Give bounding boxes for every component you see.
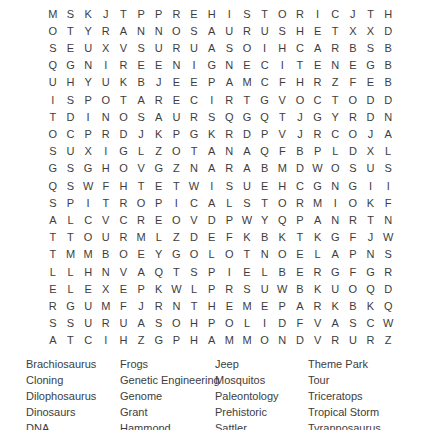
grid-cell[interactable]: P [132,5,150,22]
grid-cell[interactable]: A [309,39,327,56]
grid-cell[interactable]: M [238,332,256,349]
grid-cell[interactable]: A [326,315,344,332]
grid-cell[interactable]: L [203,246,221,263]
grid-cell[interactable]: S [62,91,80,108]
grid-cell[interactable]: H [185,332,203,349]
grid-cell[interactable]: A [132,91,150,108]
grid-cell[interactable]: U [44,74,62,91]
grid-cell[interactable]: R [115,229,133,246]
grid-cell[interactable]: R [168,5,186,22]
grid-cell[interactable]: E [291,263,309,280]
grid-cell[interactable]: L [256,263,274,280]
grid-cell[interactable]: I [326,194,344,211]
grid-cell[interactable]: Q [150,263,168,280]
grid-cell[interactable]: L [379,143,397,160]
grid-cell[interactable]: S [185,263,203,280]
grid-cell[interactable]: Q [362,280,380,297]
grid-cell[interactable]: V [132,160,150,177]
grid-cell[interactable]: X [344,22,362,39]
grid-cell[interactable]: M [309,194,327,211]
grid-cell[interactable]: A [326,246,344,263]
grid-cell[interactable]: A [44,211,62,228]
grid-cell[interactable]: S [150,315,168,332]
grid-cell[interactable]: T [238,91,256,108]
grid-cell[interactable]: A [115,22,133,39]
grid-cell[interactable]: R [326,332,344,349]
grid-cell[interactable]: R [220,280,238,297]
grid-cell[interactable]: O [115,108,133,125]
grid-cell[interactable]: H [273,177,291,194]
grid-cell[interactable]: A [203,39,221,56]
grid-cell[interactable]: U [326,280,344,297]
grid-cell[interactable]: E [291,246,309,263]
grid-cell[interactable]: S [344,160,362,177]
grid-cell[interactable]: E [238,263,256,280]
grid-cell[interactable]: C [309,91,327,108]
grid-cell[interactable]: Q [273,211,291,228]
grid-cell[interactable]: O [220,315,238,332]
grid-cell[interactable]: R [309,297,327,314]
grid-cell[interactable]: U [79,297,97,314]
grid-cell[interactable]: U [256,280,274,297]
grid-cell[interactable]: D [185,229,203,246]
grid-cell[interactable]: N [97,108,115,125]
grid-cell[interactable]: F [344,263,362,280]
grid-cell[interactable]: D [203,211,221,228]
grid-cell[interactable]: A [132,315,150,332]
grid-cell[interactable]: S [220,177,238,194]
grid-cell[interactable]: A [309,211,327,228]
grid-cell[interactable]: X [362,143,380,160]
grid-cell[interactable]: U [62,143,80,160]
grid-cell[interactable]: Z [379,332,397,349]
grid-cell[interactable]: C [256,74,274,91]
grid-cell[interactable]: U [220,22,238,39]
grid-cell[interactable]: G [256,91,274,108]
grid-cell[interactable]: A [203,332,221,349]
grid-cell[interactable]: E [132,246,150,263]
grid-cell[interactable]: N [362,246,380,263]
grid-cell[interactable]: L [62,280,80,297]
grid-cell[interactable]: V [115,39,133,56]
grid-cell[interactable]: H [62,74,80,91]
grid-cell[interactable]: L [326,143,344,160]
grid-cell[interactable]: M [44,5,62,22]
grid-cell[interactable]: E [238,57,256,74]
grid-cell[interactable]: O [79,229,97,246]
grid-cell[interactable]: R [150,297,168,314]
grid-cell[interactable]: Y [150,246,168,263]
grid-cell[interactable]: B [132,74,150,91]
grid-cell[interactable]: V [309,332,327,349]
grid-cell[interactable]: F [115,297,133,314]
grid-cell[interactable]: R [362,332,380,349]
grid-cell[interactable]: R [220,160,238,177]
grid-cell[interactable]: R [132,211,150,228]
grid-cell[interactable]: O [291,91,309,108]
grid-cell[interactable]: C [115,211,133,228]
grid-cell[interactable]: H [97,160,115,177]
grid-cell[interactable]: U [256,22,274,39]
grid-cell[interactable]: C [185,91,203,108]
grid-cell[interactable]: G [326,263,344,280]
grid-cell[interactable]: V [309,315,327,332]
grid-cell[interactable]: L [220,194,238,211]
grid-cell[interactable]: A [379,125,397,142]
grid-cell[interactable]: Q [256,108,274,125]
grid-cell[interactable]: Y [326,108,344,125]
grid-cell[interactable]: N [379,211,397,228]
grid-cell[interactable]: U [238,177,256,194]
grid-cell[interactable]: P [344,246,362,263]
grid-cell[interactable]: Z [326,74,344,91]
grid-cell[interactable]: W [79,177,97,194]
grid-cell[interactable]: G [362,263,380,280]
grid-cell[interactable]: L [132,143,150,160]
grid-cell[interactable]: E [203,229,221,246]
grid-cell[interactable]: T [44,229,62,246]
grid-cell[interactable]: V [115,263,133,280]
grid-cell[interactable]: P [79,125,97,142]
grid-cell[interactable]: R [309,74,327,91]
grid-cell[interactable]: B [291,143,309,160]
grid-cell[interactable]: L [44,263,62,280]
grid-cell[interactable]: U [185,39,203,56]
grid-cell[interactable]: H [291,74,309,91]
grid-cell[interactable]: R [97,315,115,332]
grid-cell[interactable]: Y [256,211,274,228]
grid-cell[interactable]: O [168,22,186,39]
grid-cell[interactable]: K [238,229,256,246]
grid-cell[interactable]: D [344,143,362,160]
grid-cell[interactable]: O [344,280,362,297]
grid-cell[interactable]: T [238,246,256,263]
grid-cell[interactable]: S [44,315,62,332]
grid-cell[interactable]: M [238,297,256,314]
grid-cell[interactable]: A [238,160,256,177]
grid-cell[interactable]: N [326,211,344,228]
grid-cell[interactable]: M [62,246,80,263]
grid-cell[interactable]: O [256,332,274,349]
grid-cell[interactable]: D [115,125,133,142]
grid-cell[interactable]: U [97,74,115,91]
grid-cell[interactable]: B [379,57,397,74]
grid-cell[interactable]: P [203,74,221,91]
grid-cell[interactable]: G [44,160,62,177]
grid-cell[interactable]: E [256,297,274,314]
grid-cell[interactable]: S [44,194,62,211]
grid-cell[interactable]: E [79,280,97,297]
grid-cell[interactable]: P [168,125,186,142]
grid-cell[interactable]: W [168,280,186,297]
grid-cell[interactable]: N [79,57,97,74]
grid-cell[interactable]: I [362,177,380,194]
grid-cell[interactable]: T [168,177,186,194]
grid-cell[interactable]: I [168,194,186,211]
grid-cell[interactable]: R [220,91,238,108]
grid-cell[interactable]: D [379,22,397,39]
grid-cell[interactable]: I [220,5,238,22]
grid-cell[interactable]: C [362,315,380,332]
grid-cell[interactable]: S [185,22,203,39]
grid-cell[interactable]: M [220,332,238,349]
grid-cell[interactable]: I [273,57,291,74]
grid-cell[interactable]: O [132,194,150,211]
grid-cell[interactable]: Q [256,143,274,160]
grid-cell[interactable]: Z [150,143,168,160]
grid-cell[interactable]: E [150,57,168,74]
grid-cell[interactable]: E [309,22,327,39]
grid-cell[interactable]: K [273,229,291,246]
grid-cell[interactable]: G [362,57,380,74]
grid-cell[interactable]: S [220,39,238,56]
grid-cell[interactable]: I [97,57,115,74]
grid-cell[interactable]: G [115,143,133,160]
grid-cell[interactable]: T [44,246,62,263]
grid-cell[interactable]: R [344,108,362,125]
grid-cell[interactable]: E [256,177,274,194]
grid-cell[interactable]: G [344,177,362,194]
grid-cell[interactable]: M [97,297,115,314]
grid-cell[interactable]: N [132,22,150,39]
grid-cell[interactable]: W [379,315,397,332]
grid-cell[interactable]: A [220,74,238,91]
grid-cell[interactable]: H [115,177,133,194]
grid-cell[interactable]: E [309,57,327,74]
grid-cell[interactable]: I [97,332,115,349]
grid-cell[interactable]: A [150,108,168,125]
grid-cell[interactable]: A [203,160,221,177]
grid-cell[interactable]: D [379,280,397,297]
grid-cell[interactable]: O [44,125,62,142]
grid-cell[interactable]: P [220,211,238,228]
grid-cell[interactable]: B [256,229,274,246]
grid-cell[interactable]: U [344,332,362,349]
grid-cell[interactable]: U [362,160,380,177]
grid-cell[interactable]: F [344,74,362,91]
grid-cell[interactable]: P [150,194,168,211]
grid-cell[interactable]: T [62,229,80,246]
grid-cell[interactable]: I [185,57,203,74]
grid-cell[interactable]: Q [44,57,62,74]
grid-cell[interactable]: I [97,143,115,160]
grid-cell[interactable]: G [309,108,327,125]
grid-cell[interactable]: I [220,263,238,280]
grid-cell[interactable]: R [309,125,327,142]
grid-cell[interactable]: X [362,22,380,39]
grid-cell[interactable]: W [185,177,203,194]
grid-cell[interactable]: P [203,315,221,332]
grid-cell[interactable]: N [326,57,344,74]
grid-cell[interactable]: D [238,125,256,142]
grid-cell[interactable]: U [168,108,186,125]
grid-cell[interactable]: B [273,263,291,280]
grid-cell[interactable]: T [115,5,133,22]
grid-cell[interactable]: S [62,315,80,332]
grid-cell[interactable]: D [379,91,397,108]
grid-cell[interactable]: H [203,5,221,22]
grid-cell[interactable]: T [256,194,274,211]
grid-cell[interactable]: R [220,125,238,142]
grid-cell[interactable]: A [203,194,221,211]
grid-cell[interactable]: J [150,74,168,91]
grid-cell[interactable]: H [115,332,133,349]
grid-cell[interactable]: O [326,160,344,177]
grid-cell[interactable]: T [291,229,309,246]
grid-cell[interactable]: P [291,211,309,228]
grid-cell[interactable]: W [379,229,397,246]
grid-cell[interactable]: C [256,57,274,74]
grid-cell[interactable]: T [44,108,62,125]
grid-cell[interactable]: H [291,22,309,39]
grid-cell[interactable]: L [150,229,168,246]
grid-cell[interactable]: T [168,263,186,280]
grid-cell[interactable]: E [150,211,168,228]
grid-cell[interactable]: V [273,91,291,108]
grid-cell[interactable]: J [132,297,150,314]
grid-cell[interactable]: S [62,177,80,194]
grid-cell[interactable]: D [273,315,291,332]
grid-cell[interactable]: T [362,211,380,228]
grid-cell[interactable]: I [79,194,97,211]
grid-cell[interactable]: U [115,315,133,332]
grid-cell[interactable]: E [168,91,186,108]
grid-cell[interactable]: H [379,5,397,22]
grid-cell[interactable]: G [185,125,203,142]
grid-cell[interactable]: J [362,229,380,246]
grid-cell[interactable]: N [185,160,203,177]
grid-cell[interactable]: S [238,5,256,22]
grid-cell[interactable]: G [62,57,80,74]
grid-cell[interactable]: O [115,246,133,263]
grid-cell[interactable]: K [79,5,97,22]
grid-cell[interactable]: C [326,5,344,22]
grid-cell[interactable]: O [238,39,256,56]
grid-cell[interactable]: M [79,246,97,263]
grid-cell[interactable]: O [344,194,362,211]
grid-cell[interactable]: F [273,143,291,160]
grid-cell[interactable]: P [309,143,327,160]
grid-cell[interactable]: E [220,297,238,314]
grid-cell[interactable]: T [326,22,344,39]
grid-cell[interactable]: T [62,332,80,349]
grid-cell[interactable]: U [79,39,97,56]
grid-cell[interactable]: S [62,5,80,22]
grid-cell[interactable]: T [62,22,80,39]
grid-cell[interactable]: W [309,160,327,177]
grid-cell[interactable]: T [256,5,274,22]
grid-cell[interactable]: S [44,143,62,160]
grid-cell[interactable]: C [291,177,309,194]
grid-cell[interactable]: J [344,5,362,22]
grid-cell[interactable]: E [62,39,80,56]
grid-cell[interactable]: N [150,22,168,39]
grid-cell[interactable]: R [379,263,397,280]
grid-cell[interactable]: P [256,125,274,142]
grid-cell[interactable]: I [79,108,97,125]
grid-cell[interactable]: E [362,74,380,91]
grid-cell[interactable]: B [379,74,397,91]
grid-cell[interactable]: N [168,57,186,74]
grid-cell[interactable]: D [62,108,80,125]
grid-cell[interactable]: K [309,229,327,246]
grid-cell[interactable]: V [185,211,203,228]
grid-cell[interactable]: I [379,177,397,194]
grid-cell[interactable]: E [185,5,203,22]
grid-cell[interactable]: D [362,108,380,125]
grid-cell[interactable]: T [273,108,291,125]
grid-cell[interactable]: B [256,160,274,177]
grid-cell[interactable]: G [79,160,97,177]
grid-cell[interactable]: E [44,280,62,297]
grid-cell[interactable]: E [185,74,203,91]
grid-cell[interactable]: X [79,143,97,160]
grid-cell[interactable]: M [238,74,256,91]
grid-cell[interactable]: L [62,211,80,228]
grid-cell[interactable]: N [168,297,186,314]
grid-cell[interactable]: P [203,263,221,280]
grid-cell[interactable]: S [44,39,62,56]
grid-cell[interactable]: R [291,5,309,22]
grid-cell[interactable]: S [203,108,221,125]
grid-cell[interactable]: B [97,246,115,263]
grid-cell[interactable]: F [291,315,309,332]
grid-cell[interactable]: Y [79,22,97,39]
grid-cell[interactable]: L [309,246,327,263]
grid-cell[interactable]: G [238,108,256,125]
grid-cell[interactable]: T [185,297,203,314]
grid-cell[interactable]: R [168,39,186,56]
grid-cell[interactable]: J [97,5,115,22]
grid-cell[interactable]: K [150,125,168,142]
grid-cell[interactable]: T [132,177,150,194]
grid-cell[interactable]: T [326,91,344,108]
grid-cell[interactable]: N [273,332,291,349]
grid-cell[interactable]: K [309,280,327,297]
grid-cell[interactable]: K [115,74,133,91]
grid-cell[interactable]: U [79,315,97,332]
grid-cell[interactable]: B [344,297,362,314]
grid-cell[interactable]: R [115,57,133,74]
grid-cell[interactable]: C [62,125,80,142]
grid-cell[interactable]: A [44,332,62,349]
grid-cell[interactable]: I [256,315,274,332]
grid-cell[interactable]: U [97,229,115,246]
grid-cell[interactable]: T [185,143,203,160]
grid-cell[interactable]: G [150,160,168,177]
grid-cell[interactable]: C [79,332,97,349]
grid-cell[interactable]: G [309,177,327,194]
grid-cell[interactable]: I [256,39,274,56]
grid-cell[interactable]: F [220,229,238,246]
grid-cell[interactable]: I [203,91,221,108]
grid-cell[interactable]: F [379,194,397,211]
grid-cell[interactable]: O [168,315,186,332]
grid-cell[interactable]: P [273,297,291,314]
grid-cell[interactable]: I [44,91,62,108]
grid-cell[interactable]: H [203,297,221,314]
grid-cell[interactable]: K [203,125,221,142]
grid-cell[interactable]: R [326,39,344,56]
grid-cell[interactable]: R [291,194,309,211]
grid-cell[interactable]: I [203,177,221,194]
grid-cell[interactable]: Q [44,177,62,194]
grid-cell[interactable]: Z [168,160,186,177]
grid-cell[interactable]: O [44,22,62,39]
grid-cell[interactable]: E [132,57,150,74]
grid-cell[interactable]: K [362,194,380,211]
grid-cell[interactable]: S [238,280,256,297]
